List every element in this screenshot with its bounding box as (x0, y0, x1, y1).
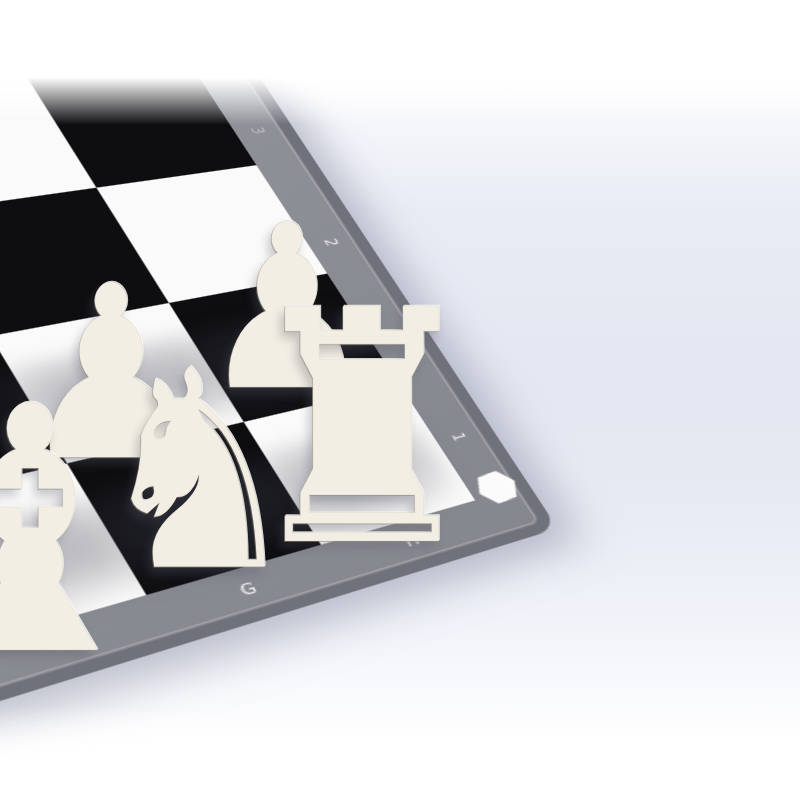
rank-label-1-text: 1 (448, 431, 470, 443)
rank-label-3-text: 3 (247, 126, 269, 135)
chess-board: F G H 1 2 3 (0, 0, 558, 800)
board-photo-scene: F G H 1 2 3 ♟ ♟ ♜ ♞ ♝ (0, 0, 800, 800)
table-bottom-background (0, 705, 800, 800)
rank-label-2-text: 2 (320, 237, 342, 247)
